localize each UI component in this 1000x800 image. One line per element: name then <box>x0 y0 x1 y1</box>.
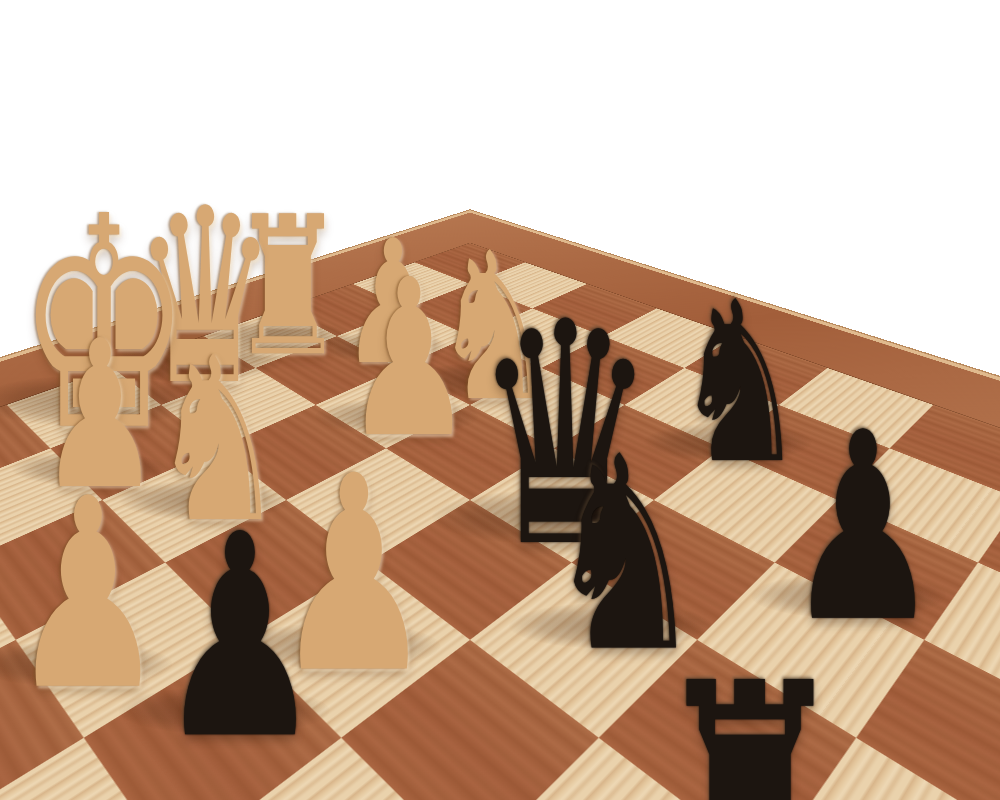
photo-stage: ♜♟♛♞♚♟♞♟♞♛♟♞♟♟♟♜ <box>0 0 1000 800</box>
board-grid <box>0 243 1000 800</box>
board-scene <box>0 0 1000 800</box>
chess-board <box>0 213 1000 800</box>
